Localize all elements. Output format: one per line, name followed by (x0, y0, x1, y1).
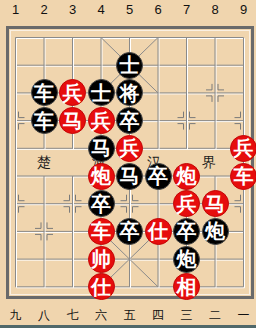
piece-red-soldier[interactable]: 兵 (88, 107, 115, 134)
bottom-col-label-4: 六 (95, 309, 107, 321)
top-col-label-7: 7 (183, 3, 190, 16)
piece-black-soldier[interactable]: 卒 (145, 163, 172, 190)
piece-red-horse[interactable]: 马 (202, 190, 229, 217)
piece-red-cannon[interactable]: 炮 (173, 163, 200, 190)
piece-red-soldier[interactable]: 兵 (173, 190, 200, 217)
piece-red-elephant[interactable]: 相 (173, 273, 200, 300)
piece-black-advisor[interactable]: 士 (116, 52, 143, 79)
river-char-1: 楚 (37, 155, 51, 169)
piece-black-horse[interactable]: 马 (116, 163, 143, 190)
river-char-4: 界 (202, 155, 216, 169)
piece-red-chariot[interactable]: 车 (88, 218, 115, 245)
piece-red-general[interactable]: 帅 (88, 246, 115, 273)
piece-black-soldier[interactable]: 卒 (173, 218, 200, 245)
piece-red-soldier[interactable]: 兵 (59, 79, 86, 106)
piece-black-cannon[interactable]: 炮 (173, 246, 200, 273)
piece-red-horse[interactable]: 马 (59, 107, 86, 134)
top-col-label-4: 4 (97, 3, 104, 16)
piece-black-cannon[interactable]: 炮 (202, 218, 229, 245)
bottom-col-label-5: 五 (124, 309, 136, 321)
xiangqi-app: 123456789 九八七六五四三二一 楚河汉界 士车兵士将车马兵卒马兵兵炮马卒… (0, 0, 256, 328)
bottom-col-label-7: 三 (181, 309, 193, 321)
piece-black-advisor[interactable]: 士 (88, 79, 115, 106)
bottom-col-label-1: 九 (10, 309, 22, 321)
bottom-col-label-9: 一 (238, 309, 250, 321)
piece-black-horse[interactable]: 马 (88, 135, 115, 162)
piece-red-cannon[interactable]: 炮 (88, 163, 115, 190)
piece-red-advisor[interactable]: 仕 (145, 218, 172, 245)
top-col-label-6: 6 (154, 3, 161, 16)
top-col-label-5: 5 (126, 3, 133, 16)
top-col-label-3: 3 (69, 3, 76, 16)
piece-red-chariot[interactable]: 车 (230, 163, 256, 190)
top-col-label-2: 2 (40, 3, 47, 16)
piece-red-soldier[interactable]: 兵 (230, 135, 256, 162)
piece-black-soldier[interactable]: 卒 (116, 107, 143, 134)
piece-black-soldier[interactable]: 卒 (116, 218, 143, 245)
top-col-label-8: 8 (211, 3, 218, 16)
piece-red-soldier[interactable]: 兵 (116, 135, 143, 162)
bottom-col-label-6: 四 (152, 309, 164, 321)
top-col-label-9: 9 (240, 3, 247, 16)
piece-black-soldier[interactable]: 卒 (88, 190, 115, 217)
bottom-col-label-2: 八 (38, 309, 50, 321)
piece-black-chariot[interactable]: 车 (31, 107, 58, 134)
piece-black-chariot[interactable]: 车 (31, 79, 58, 106)
bottom-col-label-3: 七 (67, 309, 79, 321)
bottom-col-label-8: 二 (209, 309, 221, 321)
piece-black-general[interactable]: 将 (116, 79, 143, 106)
top-col-label-1: 1 (12, 3, 19, 16)
piece-red-advisor[interactable]: 仕 (88, 273, 115, 300)
